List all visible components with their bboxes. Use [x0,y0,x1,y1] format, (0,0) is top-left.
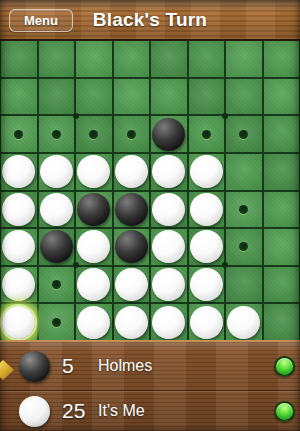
white-game-disc [115,155,148,188]
cell-b4 [39,154,75,190]
legal-move-dot[interactable] [239,130,248,139]
white-game-disc [190,193,223,226]
cell-c3[interactable] [76,116,112,152]
grid-star-marker-icon [73,262,79,268]
cell-f1 [189,41,225,77]
cell-c1 [76,41,112,77]
cell-h1 [264,41,300,77]
cell-d7 [114,267,150,303]
cell-f7 [189,267,225,303]
cell-d5 [114,192,150,228]
white-game-disc [2,306,35,339]
white-game-disc [2,193,35,226]
legal-move-dot[interactable] [127,130,136,139]
cell-b1 [39,41,75,77]
cell-g1 [226,41,262,77]
cell-g5[interactable] [226,192,262,228]
cell-g2 [226,79,262,115]
cell-g6[interactable] [226,229,262,265]
black-disc-icon [19,351,50,382]
black-score: 5 [62,354,89,378]
white-disc-icon [19,396,50,427]
cell-d6 [114,229,150,265]
white-game-disc [115,306,148,339]
cell-b6 [39,229,75,265]
cell-c7 [76,267,112,303]
cell-e8 [151,304,187,340]
cell-g3[interactable] [226,116,262,152]
cell-a3[interactable] [1,116,37,152]
cell-e7 [151,267,187,303]
white-game-disc [77,306,110,339]
white-game-disc [77,155,110,188]
page-title: Black's Turn [0,9,300,31]
legal-move-dot[interactable] [14,130,23,139]
black-game-disc [77,193,110,226]
cell-c2 [76,79,112,115]
white-game-disc [2,155,35,188]
black-status-led-icon [274,356,295,377]
white-game-disc [152,268,185,301]
cell-f4 [189,154,225,190]
white-game-disc [190,306,223,339]
cell-b7[interactable] [39,267,75,303]
cell-d4 [114,154,150,190]
cell-e4 [151,154,187,190]
cell-h5 [264,192,300,228]
cell-b8[interactable] [39,304,75,340]
cell-f5 [189,192,225,228]
player-row-white: 25 It's Me [0,391,300,431]
cell-c4 [76,154,112,190]
cell-a7 [1,267,37,303]
cell-d3[interactable] [114,116,150,152]
othello-board[interactable] [0,41,300,340]
legal-move-dot[interactable] [239,242,248,251]
white-game-disc [115,268,148,301]
cell-a6 [1,229,37,265]
legal-move-dot[interactable] [239,205,248,214]
cell-h7 [264,267,300,303]
nav-bar: Menu Black's Turn [0,0,300,41]
cell-h6 [264,229,300,265]
current-turn-arrow-icon [0,360,14,380]
cell-h8 [264,304,300,340]
cell-g4 [226,154,262,190]
white-game-disc [152,306,185,339]
legal-move-dot[interactable] [89,130,98,139]
cell-d8 [114,304,150,340]
cell-e2 [151,79,187,115]
cell-b5 [39,192,75,228]
cell-g7 [226,267,262,303]
white-player-name: It's Me [98,402,145,420]
white-score: 25 [62,399,89,423]
white-game-disc [77,230,110,263]
white-game-disc [190,230,223,263]
cell-a1 [1,41,37,77]
grid-star-marker-icon [222,262,228,268]
legal-move-dot[interactable] [52,318,61,327]
cell-f3[interactable] [189,116,225,152]
cell-a5 [1,192,37,228]
othello-app-window: Menu Black's Turn 5 Holmes 25 It's Me [0,0,300,431]
cell-c6 [76,229,112,265]
cell-f8 [189,304,225,340]
cell-e1 [151,41,187,77]
white-status-led-icon [274,401,295,422]
cell-e5 [151,192,187,228]
white-game-disc [2,268,35,301]
legal-move-dot[interactable] [52,130,61,139]
cell-c5 [76,192,112,228]
cell-e3 [151,116,187,152]
cell-d2 [114,79,150,115]
black-game-disc [115,193,148,226]
grid-star-marker-icon [73,113,79,119]
cell-b3[interactable] [39,116,75,152]
cell-a2 [1,79,37,115]
cell-g8 [226,304,262,340]
cell-d1 [114,41,150,77]
white-game-disc [152,193,185,226]
white-game-disc [40,193,73,226]
cell-f2 [189,79,225,115]
white-game-disc [77,268,110,301]
white-game-disc [40,155,73,188]
black-game-disc [115,230,148,263]
black-game-disc [40,230,73,263]
cell-b2 [39,79,75,115]
cell-h2 [264,79,300,115]
legal-move-dot[interactable] [202,130,211,139]
cell-a4 [1,154,37,190]
grid-star-marker-icon [222,113,228,119]
white-game-disc [2,230,35,263]
white-game-disc [227,306,260,339]
cell-c8 [76,304,112,340]
white-game-disc [152,230,185,263]
player-row-black: 5 Holmes [0,342,300,391]
white-game-disc [152,155,185,188]
cell-a8 [1,304,37,340]
white-game-disc [190,155,223,188]
cell-f6 [189,229,225,265]
cell-h4 [264,154,300,190]
black-game-disc [152,118,185,151]
white-game-disc [190,268,223,301]
cell-e6 [151,229,187,265]
score-panel: 5 Holmes 25 It's Me [0,340,300,431]
cell-h3 [264,116,300,152]
black-player-name: Holmes [98,357,152,375]
legal-move-dot[interactable] [52,280,61,289]
